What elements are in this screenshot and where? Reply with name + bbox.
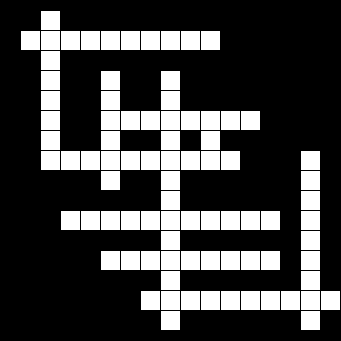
black-cell [280, 210, 300, 230]
black-cell [0, 110, 20, 130]
white-cell[interactable] [300, 190, 320, 210]
black-cell [20, 250, 40, 270]
black-cell [140, 310, 160, 330]
black-cell [0, 310, 20, 330]
white-cell[interactable] [260, 250, 280, 270]
black-cell [20, 130, 40, 150]
black-cell [80, 130, 100, 150]
white-cell[interactable] [180, 250, 200, 270]
black-cell [20, 290, 40, 310]
black-cell [260, 310, 280, 330]
white-cell[interactable] [160, 310, 180, 330]
black-cell [0, 150, 20, 170]
white-cell[interactable] [100, 70, 120, 90]
white-cell[interactable] [60, 150, 80, 170]
black-cell [200, 230, 220, 250]
black-cell [100, 310, 120, 330]
white-cell[interactable] [240, 110, 260, 130]
black-cell [0, 50, 20, 70]
white-cell[interactable] [100, 250, 120, 270]
black-cell [240, 230, 260, 250]
black-cell [300, 10, 320, 30]
black-cell [320, 50, 340, 70]
black-cell [180, 310, 200, 330]
black-cell [280, 50, 300, 70]
black-cell [80, 190, 100, 210]
white-cell[interactable] [120, 110, 140, 130]
white-cell[interactable] [40, 110, 60, 130]
black-cell [320, 150, 340, 170]
black-cell [20, 50, 40, 70]
white-cell[interactable] [80, 150, 100, 170]
white-cell[interactable] [100, 170, 120, 190]
black-cell [60, 10, 80, 30]
white-cell[interactable] [40, 90, 60, 110]
white-cell[interactable] [140, 210, 160, 230]
black-cell [140, 170, 160, 190]
black-cell [280, 250, 300, 270]
black-cell [0, 30, 20, 50]
white-cell[interactable] [40, 30, 60, 50]
black-cell [240, 30, 260, 50]
white-cell[interactable] [20, 30, 40, 50]
black-cell [120, 270, 140, 290]
black-cell [100, 50, 120, 70]
white-cell[interactable] [100, 30, 120, 50]
black-cell [300, 30, 320, 50]
black-cell [20, 310, 40, 330]
black-cell [180, 270, 200, 290]
white-cell[interactable] [180, 150, 200, 170]
black-cell [220, 190, 240, 210]
white-cell[interactable] [120, 250, 140, 270]
black-cell [200, 310, 220, 330]
black-cell [60, 290, 80, 310]
black-cell [240, 130, 260, 150]
white-cell[interactable] [220, 290, 240, 310]
white-cell[interactable] [300, 170, 320, 190]
white-cell[interactable] [160, 290, 180, 310]
black-cell [140, 130, 160, 150]
black-cell [240, 90, 260, 110]
white-cell[interactable] [160, 170, 180, 190]
black-cell [320, 110, 340, 130]
black-cell [320, 210, 340, 230]
white-cell[interactable] [120, 210, 140, 230]
white-cell[interactable] [300, 290, 320, 310]
black-cell [80, 110, 100, 130]
black-cell [120, 310, 140, 330]
white-cell[interactable] [280, 290, 300, 310]
white-cell[interactable] [220, 110, 240, 130]
white-cell[interactable] [200, 210, 220, 230]
black-cell [320, 170, 340, 190]
black-cell [260, 150, 280, 170]
black-cell [220, 130, 240, 150]
white-cell[interactable] [180, 30, 200, 50]
black-cell [40, 310, 60, 330]
black-cell [20, 10, 40, 30]
black-cell [120, 90, 140, 110]
black-cell [80, 90, 100, 110]
black-cell [60, 270, 80, 290]
black-cell [60, 230, 80, 250]
black-cell [60, 190, 80, 210]
black-cell [140, 190, 160, 210]
black-cell [80, 250, 100, 270]
black-cell [260, 170, 280, 190]
white-cell[interactable] [200, 290, 220, 310]
white-cell[interactable] [260, 210, 280, 230]
white-cell[interactable] [140, 250, 160, 270]
black-cell [240, 150, 260, 170]
black-cell [200, 90, 220, 110]
black-cell [320, 310, 340, 330]
black-cell [140, 230, 160, 250]
black-cell [20, 90, 40, 110]
white-cell[interactable] [220, 250, 240, 270]
black-cell [80, 270, 100, 290]
black-cell [320, 10, 340, 30]
black-cell [200, 10, 220, 30]
black-cell [160, 50, 180, 70]
black-cell [260, 190, 280, 210]
black-cell [60, 130, 80, 150]
white-cell[interactable] [180, 210, 200, 230]
black-cell [100, 190, 120, 210]
black-cell [240, 190, 260, 210]
black-cell [280, 150, 300, 170]
black-cell [140, 70, 160, 90]
black-cell [0, 290, 20, 310]
white-cell[interactable] [160, 250, 180, 270]
black-cell [80, 170, 100, 190]
black-cell [0, 230, 20, 250]
black-cell [300, 50, 320, 70]
white-cell[interactable] [160, 30, 180, 50]
white-cell[interactable] [60, 210, 80, 230]
black-cell [60, 170, 80, 190]
white-cell[interactable] [140, 290, 160, 310]
black-cell [60, 50, 80, 70]
black-cell [220, 310, 240, 330]
black-cell [260, 90, 280, 110]
black-cell [220, 50, 240, 70]
black-cell [240, 170, 260, 190]
black-cell [20, 150, 40, 170]
black-cell [120, 230, 140, 250]
black-cell [320, 130, 340, 150]
white-cell[interactable] [160, 210, 180, 230]
white-cell[interactable] [40, 150, 60, 170]
white-cell[interactable] [220, 150, 240, 170]
white-cell[interactable] [40, 50, 60, 70]
black-cell [280, 190, 300, 210]
black-cell [0, 250, 20, 270]
black-cell [100, 290, 120, 310]
white-cell[interactable] [120, 30, 140, 50]
black-cell [180, 190, 200, 210]
black-cell [280, 270, 300, 290]
black-cell [120, 170, 140, 190]
black-cell [20, 230, 40, 250]
black-cell [200, 190, 220, 210]
black-cell [120, 50, 140, 70]
white-cell[interactable] [140, 150, 160, 170]
white-cell[interactable] [100, 110, 120, 130]
black-cell [200, 170, 220, 190]
white-cell[interactable] [160, 70, 180, 90]
white-cell[interactable] [100, 150, 120, 170]
white-cell[interactable] [200, 130, 220, 150]
black-cell [260, 50, 280, 70]
black-cell [0, 10, 20, 30]
black-cell [220, 270, 240, 290]
white-cell[interactable] [300, 150, 320, 170]
white-cell[interactable] [200, 150, 220, 170]
black-cell [80, 290, 100, 310]
black-cell [320, 270, 340, 290]
black-cell [0, 70, 20, 90]
white-cell[interactable] [160, 230, 180, 250]
white-cell[interactable] [200, 30, 220, 50]
black-cell [280, 90, 300, 110]
black-cell [280, 30, 300, 50]
black-cell [20, 210, 40, 230]
black-cell [80, 50, 100, 70]
black-cell [320, 30, 340, 50]
black-cell [120, 290, 140, 310]
black-cell [120, 190, 140, 210]
black-cell [0, 90, 20, 110]
white-cell[interactable] [80, 210, 100, 230]
white-cell[interactable] [220, 210, 240, 230]
white-cell[interactable] [40, 130, 60, 150]
black-cell [0, 270, 20, 290]
black-cell [140, 10, 160, 30]
white-cell[interactable] [180, 110, 200, 130]
black-cell [280, 310, 300, 330]
black-cell [200, 50, 220, 70]
black-cell [60, 90, 80, 110]
black-cell [140, 270, 160, 290]
black-cell [40, 250, 60, 270]
black-cell [40, 170, 60, 190]
white-cell[interactable] [160, 270, 180, 290]
black-cell [140, 50, 160, 70]
black-cell [200, 270, 220, 290]
black-cell [20, 170, 40, 190]
black-cell [220, 70, 240, 90]
black-cell [220, 90, 240, 110]
black-cell [180, 170, 200, 190]
black-cell [260, 270, 280, 290]
black-cell [220, 170, 240, 190]
black-cell [300, 130, 320, 150]
black-cell [60, 250, 80, 270]
black-cell [20, 70, 40, 90]
black-cell [180, 230, 200, 250]
black-cell [320, 230, 340, 250]
black-cell [20, 190, 40, 210]
black-cell [320, 250, 340, 270]
black-cell [180, 130, 200, 150]
black-cell [180, 70, 200, 90]
black-cell [260, 110, 280, 130]
white-cell[interactable] [260, 290, 280, 310]
white-cell[interactable] [240, 250, 260, 270]
black-cell [320, 70, 340, 90]
white-cell[interactable] [200, 250, 220, 270]
white-cell[interactable] [160, 90, 180, 110]
black-cell [300, 90, 320, 110]
black-cell [240, 270, 260, 290]
black-cell [280, 70, 300, 90]
white-cell[interactable] [140, 110, 160, 130]
white-cell[interactable] [160, 190, 180, 210]
black-cell [60, 310, 80, 330]
black-cell [160, 10, 180, 30]
crossword-board [0, 10, 340, 330]
black-cell [0, 130, 20, 150]
white-cell[interactable] [240, 290, 260, 310]
black-cell [220, 30, 240, 50]
black-cell [180, 10, 200, 30]
white-cell[interactable] [120, 150, 140, 170]
black-cell [240, 10, 260, 30]
black-cell [40, 230, 60, 250]
black-cell [220, 10, 240, 30]
white-cell[interactable] [300, 270, 320, 290]
white-cell[interactable] [300, 210, 320, 230]
black-cell [260, 10, 280, 30]
black-cell [300, 70, 320, 90]
white-cell[interactable] [100, 210, 120, 230]
black-cell [120, 70, 140, 90]
black-cell [260, 30, 280, 50]
white-cell[interactable] [200, 110, 220, 130]
black-cell [100, 230, 120, 250]
black-cell [80, 10, 100, 30]
white-cell[interactable] [180, 290, 200, 310]
black-cell [120, 10, 140, 30]
black-cell [0, 190, 20, 210]
black-cell [260, 130, 280, 150]
black-cell [80, 230, 100, 250]
white-cell[interactable] [140, 30, 160, 50]
black-cell [280, 230, 300, 250]
black-cell [280, 170, 300, 190]
black-cell [40, 190, 60, 210]
white-cell[interactable] [100, 130, 120, 150]
white-cell[interactable] [160, 150, 180, 170]
white-cell[interactable] [60, 30, 80, 50]
white-cell[interactable] [160, 130, 180, 150]
puzzle-screen [0, 0, 341, 341]
black-cell [60, 110, 80, 130]
black-cell [280, 10, 300, 30]
black-cell [80, 70, 100, 90]
white-cell[interactable] [40, 10, 60, 30]
black-cell [300, 110, 320, 130]
black-cell [180, 50, 200, 70]
black-cell [120, 130, 140, 150]
white-cell[interactable] [300, 310, 320, 330]
black-cell [280, 110, 300, 130]
white-cell[interactable] [300, 230, 320, 250]
black-cell [40, 290, 60, 310]
black-cell [20, 110, 40, 130]
white-cell[interactable] [240, 210, 260, 230]
white-cell[interactable] [320, 290, 340, 310]
white-cell[interactable] [160, 110, 180, 130]
black-cell [200, 70, 220, 90]
black-cell [280, 130, 300, 150]
black-cell [80, 310, 100, 330]
black-cell [20, 270, 40, 290]
black-cell [320, 190, 340, 210]
black-cell [240, 310, 260, 330]
black-cell [0, 210, 20, 230]
white-cell[interactable] [300, 250, 320, 270]
black-cell [260, 70, 280, 90]
black-cell [100, 270, 120, 290]
white-cell[interactable] [100, 90, 120, 110]
black-cell [0, 170, 20, 190]
black-cell [180, 90, 200, 110]
black-cell [240, 70, 260, 90]
black-cell [240, 50, 260, 70]
white-cell[interactable] [40, 70, 60, 90]
black-cell [320, 90, 340, 110]
black-cell [40, 270, 60, 290]
black-cell [60, 70, 80, 90]
black-cell [220, 230, 240, 250]
black-cell [40, 210, 60, 230]
black-cell [260, 230, 280, 250]
black-cell [100, 10, 120, 30]
white-cell[interactable] [80, 30, 100, 50]
black-cell [140, 90, 160, 110]
